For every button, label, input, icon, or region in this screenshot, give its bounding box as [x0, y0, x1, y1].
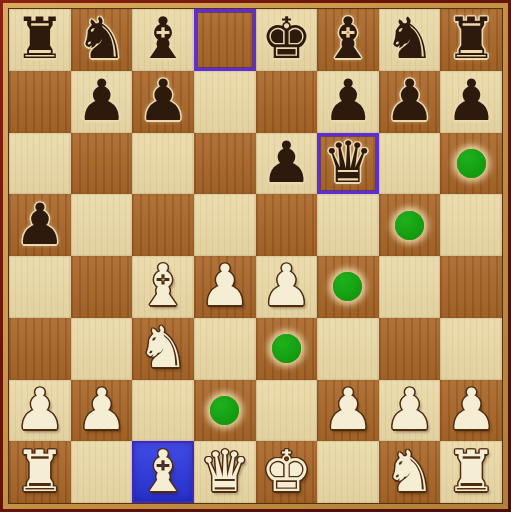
white-pawn: ♟ — [14, 381, 65, 438]
black-pawn: ♟ — [14, 196, 65, 253]
square-g3[interactable] — [379, 318, 441, 380]
chess-board: ♜♞♝♚♝♞♜♟♟♟♟♟♟♛♟♝♟♟♞♟♟♟♟♟♜♝♛♚♞♜ — [8, 8, 503, 504]
square-c7[interactable]: ♟ — [132, 71, 194, 133]
board-outer-frame: ♜♞♝♚♝♞♜♟♟♟♟♟♟♛♟♝♟♟♞♟♟♟♟♟♜♝♛♚♞♜ — [0, 0, 511, 512]
square-f8[interactable]: ♝ — [317, 9, 379, 71]
square-a5[interactable]: ♟ — [9, 194, 71, 256]
square-f1[interactable] — [317, 441, 379, 503]
black-pawn: ♟ — [446, 72, 497, 129]
legal-move-dot[interactable] — [457, 149, 486, 178]
square-h1[interactable]: ♜ — [440, 441, 502, 503]
square-a3[interactable] — [9, 318, 71, 380]
square-c8[interactable]: ♝ — [132, 9, 194, 71]
square-d3[interactable] — [194, 318, 256, 380]
black-knight: ♞ — [384, 10, 435, 67]
black-pawn: ♟ — [261, 134, 312, 191]
square-g8[interactable]: ♞ — [379, 9, 441, 71]
black-pawn: ♟ — [76, 72, 127, 129]
square-h4[interactable] — [440, 256, 502, 318]
legal-move-dot[interactable] — [210, 396, 239, 425]
square-e2[interactable] — [256, 380, 318, 442]
white-rook: ♜ — [446, 443, 497, 500]
black-pawn: ♟ — [138, 72, 189, 129]
white-bishop: ♝ — [138, 257, 189, 314]
square-b5[interactable] — [71, 194, 133, 256]
square-d8[interactable] — [194, 9, 256, 71]
square-c6[interactable] — [132, 133, 194, 195]
white-pawn: ♟ — [322, 381, 373, 438]
square-b2[interactable]: ♟ — [71, 380, 133, 442]
black-pawn: ♟ — [322, 72, 373, 129]
square-e8[interactable]: ♚ — [256, 9, 318, 71]
square-c4[interactable]: ♝ — [132, 256, 194, 318]
legal-move-dot[interactable] — [333, 272, 362, 301]
black-knight: ♞ — [76, 10, 127, 67]
square-h3[interactable] — [440, 318, 502, 380]
black-bishop: ♝ — [322, 10, 373, 67]
square-d4[interactable]: ♟ — [194, 256, 256, 318]
white-bishop: ♝ — [138, 443, 189, 500]
square-b1[interactable] — [71, 441, 133, 503]
square-c3[interactable]: ♞ — [132, 318, 194, 380]
square-d2[interactable] — [194, 380, 256, 442]
square-f5[interactable] — [317, 194, 379, 256]
square-e6[interactable]: ♟ — [256, 133, 318, 195]
white-pawn: ♟ — [261, 257, 312, 314]
white-pawn: ♟ — [446, 381, 497, 438]
square-b7[interactable]: ♟ — [71, 71, 133, 133]
black-rook: ♜ — [14, 10, 65, 67]
square-c2[interactable] — [132, 380, 194, 442]
legal-move-dot[interactable] — [395, 211, 424, 240]
square-c5[interactable] — [132, 194, 194, 256]
square-c1[interactable]: ♝ — [132, 441, 194, 503]
square-e4[interactable]: ♟ — [256, 256, 318, 318]
white-rook: ♜ — [14, 443, 65, 500]
black-bishop: ♝ — [138, 10, 189, 67]
square-a2[interactable]: ♟ — [9, 380, 71, 442]
square-d7[interactable] — [194, 71, 256, 133]
square-h5[interactable] — [440, 194, 502, 256]
white-pawn: ♟ — [384, 381, 435, 438]
square-a1[interactable]: ♜ — [9, 441, 71, 503]
white-queen: ♛ — [199, 443, 250, 500]
square-b3[interactable] — [71, 318, 133, 380]
square-g7[interactable]: ♟ — [379, 71, 441, 133]
square-d6[interactable] — [194, 133, 256, 195]
square-h6[interactable] — [440, 133, 502, 195]
square-f4[interactable] — [317, 256, 379, 318]
white-king: ♚ — [261, 443, 312, 500]
board-wood-frame: ♜♞♝♚♝♞♜♟♟♟♟♟♟♛♟♝♟♟♞♟♟♟♟♟♜♝♛♚♞♜ — [3, 3, 508, 509]
legal-move-dot[interactable] — [272, 334, 301, 363]
square-a7[interactable] — [9, 71, 71, 133]
square-b8[interactable]: ♞ — [71, 9, 133, 71]
square-e3[interactable] — [256, 318, 318, 380]
square-b6[interactable] — [71, 133, 133, 195]
white-pawn: ♟ — [76, 381, 127, 438]
square-h7[interactable]: ♟ — [440, 71, 502, 133]
square-e7[interactable] — [256, 71, 318, 133]
square-f2[interactable]: ♟ — [317, 380, 379, 442]
square-a4[interactable] — [9, 256, 71, 318]
white-knight: ♞ — [384, 443, 435, 500]
square-f7[interactable]: ♟ — [317, 71, 379, 133]
square-h2[interactable]: ♟ — [440, 380, 502, 442]
square-g1[interactable]: ♞ — [379, 441, 441, 503]
black-rook: ♜ — [446, 10, 497, 67]
square-g4[interactable] — [379, 256, 441, 318]
square-a6[interactable] — [9, 133, 71, 195]
square-h8[interactable]: ♜ — [440, 9, 502, 71]
black-pawn: ♟ — [384, 72, 435, 129]
square-g2[interactable]: ♟ — [379, 380, 441, 442]
square-b4[interactable] — [71, 256, 133, 318]
square-e1[interactable]: ♚ — [256, 441, 318, 503]
square-f6[interactable]: ♛ — [317, 133, 379, 195]
square-a8[interactable]: ♜ — [9, 9, 71, 71]
white-pawn: ♟ — [199, 257, 250, 314]
square-g6[interactable] — [379, 133, 441, 195]
square-e5[interactable] — [256, 194, 318, 256]
square-g5[interactable] — [379, 194, 441, 256]
black-king: ♚ — [261, 10, 312, 67]
white-knight: ♞ — [138, 319, 189, 376]
square-f3[interactable] — [317, 318, 379, 380]
square-d1[interactable]: ♛ — [194, 441, 256, 503]
square-d5[interactable] — [194, 194, 256, 256]
black-queen: ♛ — [322, 134, 373, 191]
